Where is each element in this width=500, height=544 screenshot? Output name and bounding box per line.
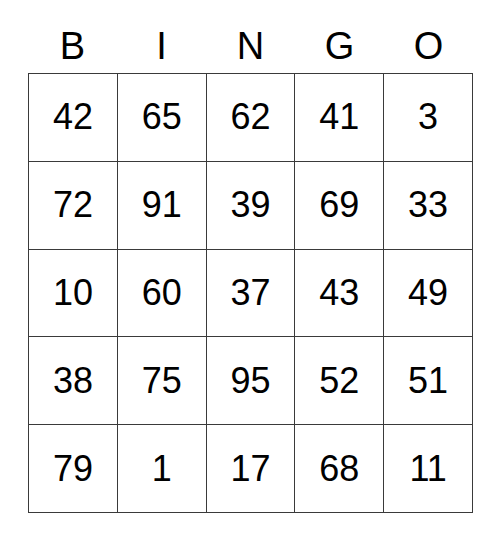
cell-r2c3[interactable]: 39 [207,162,295,249]
header-letter-b: B [28,27,117,72]
cell-r2c5[interactable]: 33 [384,162,472,249]
cell-r3c2[interactable]: 60 [118,250,206,337]
bingo-header: B I N G O [28,0,473,72]
cell-r1c1[interactable]: 42 [29,74,117,161]
header-letter-i: I [117,27,206,72]
cell-r3c1[interactable]: 10 [29,250,117,337]
cell-r1c3[interactable]: 62 [207,74,295,161]
cell-r5c3[interactable]: 17 [207,425,295,512]
bingo-card: B I N G O 42 65 62 41 3 72 91 39 69 33 1… [0,0,500,544]
cell-r3c5[interactable]: 49 [384,250,472,337]
cell-r1c2[interactable]: 65 [118,74,206,161]
cell-r4c2[interactable]: 75 [118,337,206,424]
cell-r5c4[interactable]: 68 [295,425,383,512]
cell-r2c4[interactable]: 69 [295,162,383,249]
cell-r3c3[interactable]: 37 [207,250,295,337]
cell-r3c4[interactable]: 43 [295,250,383,337]
bingo-grid: 42 65 62 41 3 72 91 39 69 33 10 60 37 43… [28,73,473,513]
cell-r4c1[interactable]: 38 [29,337,117,424]
cell-r5c1[interactable]: 79 [29,425,117,512]
cell-r5c2[interactable]: 1 [118,425,206,512]
cell-r4c3[interactable]: 95 [207,337,295,424]
cell-r1c4[interactable]: 41 [295,74,383,161]
cell-r4c4[interactable]: 52 [295,337,383,424]
header-letter-g: G [295,27,384,72]
header-letter-n: N [206,27,295,72]
cell-r2c2[interactable]: 91 [118,162,206,249]
cell-r2c1[interactable]: 72 [29,162,117,249]
cell-r5c5[interactable]: 11 [384,425,472,512]
header-letter-o: O [384,27,473,72]
cell-r1c5[interactable]: 3 [384,74,472,161]
cell-r4c5[interactable]: 51 [384,337,472,424]
